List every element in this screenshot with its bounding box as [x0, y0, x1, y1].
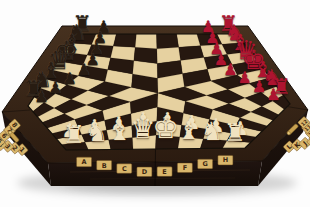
piece-black-pawn-2[interactable]: ♟: [48, 80, 62, 96]
cell-red-a4[interactable]: [157, 34, 179, 49]
fold-seam: [155, 149, 156, 186]
cell-black-h4[interactable]: [135, 34, 157, 49]
product-photo-three-player-chess: Three-player chess — wooden folding hexa…: [0, 0, 310, 207]
cell-black-h3[interactable]: [113, 34, 136, 47]
piece-black-pawn-3[interactable]: ♟: [63, 71, 77, 87]
piece-white-king[interactable]: ♚: [152, 113, 179, 143]
svg-text:E: E: [162, 168, 166, 176]
label-bottom-D: D: [137, 167, 152, 177]
label-bottom-A: A: [77, 157, 92, 167]
label-bottom-B: B: [97, 160, 112, 170]
svg-text:A: A: [82, 158, 87, 166]
label-bottom-F: F: [177, 163, 192, 173]
piece-red-pawn-7[interactable]: ♟: [252, 79, 266, 95]
label-bottom-C: C: [117, 164, 132, 174]
piece-white-bishop[interactable]: ♝: [178, 118, 200, 143]
svg-text:H: H: [223, 156, 228, 164]
piece-red-pawn-6[interactable]: ♟: [238, 70, 252, 86]
cell-black-g3[interactable]: [111, 46, 136, 61]
svg-text:F: F: [183, 164, 187, 172]
svg-text:B: B: [102, 162, 107, 170]
piece-black-pawn-1[interactable]: ♟: [34, 89, 48, 105]
piece-white-rook[interactable]: ♜: [224, 120, 246, 145]
label-bottom-E: E: [157, 167, 172, 177]
cell-red-a3[interactable]: [177, 34, 201, 47]
svg-text:D: D: [142, 168, 148, 176]
svg-text:C: C: [122, 165, 127, 173]
svg-text:G: G: [202, 160, 207, 168]
piece-black-pawn-4[interactable]: ♟: [77, 62, 91, 78]
piece-white-queen[interactable]: ♛: [130, 115, 155, 143]
piece-white-knight[interactable]: ♞: [86, 120, 108, 145]
piece-white-bishop[interactable]: ♝: [109, 119, 131, 144]
piece-red-pawn-5[interactable]: ♟: [223, 62, 237, 78]
piece-white-rook[interactable]: ♜: [63, 122, 85, 147]
piece-red-pawn-8[interactable]: ♟: [266, 87, 280, 103]
label-bottom-H: H: [218, 155, 233, 165]
label-bottom-G: G: [198, 159, 213, 169]
piece-white-knight[interactable]: ♞: [201, 119, 223, 144]
cell-black-g4[interactable]: [134, 47, 157, 63]
